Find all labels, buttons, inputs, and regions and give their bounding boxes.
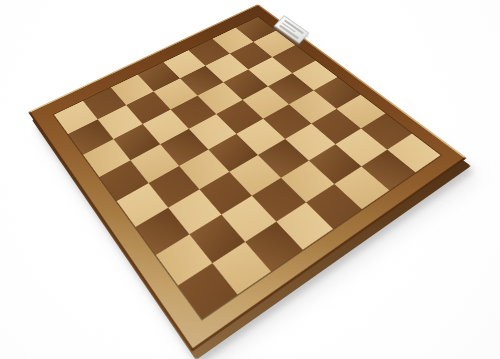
- chessboard-product-photo: [0, 0, 500, 359]
